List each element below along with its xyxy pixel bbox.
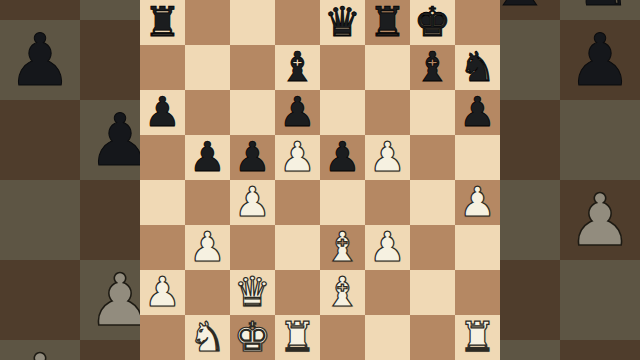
square-f7[interactable] bbox=[365, 45, 410, 90]
backdrop-square-a6: ♟ bbox=[0, 20, 80, 100]
square-g8[interactable]: ♚ bbox=[410, 0, 455, 45]
square-c2[interactable]: ♛ bbox=[230, 270, 275, 315]
square-d6[interactable]: ♟ bbox=[275, 90, 320, 135]
square-e7[interactable] bbox=[320, 45, 365, 90]
square-f6[interactable] bbox=[365, 90, 410, 135]
square-g7[interactable]: ♝ bbox=[410, 45, 455, 90]
square-b4[interactable] bbox=[185, 180, 230, 225]
white-pawn[interactable]: ♟ bbox=[369, 135, 406, 180]
white-bishop[interactable]: ♝ bbox=[324, 225, 361, 270]
square-a7[interactable] bbox=[140, 45, 185, 90]
square-b2[interactable] bbox=[185, 270, 230, 315]
backdrop-square-h6: ♟ bbox=[560, 20, 640, 100]
black-pawn[interactable]: ♟ bbox=[234, 135, 271, 180]
square-b5[interactable]: ♟ bbox=[185, 135, 230, 180]
white-pawn[interactable]: ♟ bbox=[144, 270, 181, 315]
backdrop-square-h3 bbox=[560, 260, 640, 340]
black-pawn[interactable]: ♟ bbox=[144, 90, 181, 135]
square-b7[interactable] bbox=[185, 45, 230, 90]
square-f2[interactable] bbox=[365, 270, 410, 315]
white-rook[interactable]: ♜ bbox=[459, 315, 496, 360]
black-rook[interactable]: ♜ bbox=[144, 0, 181, 45]
backdrop-square-a2: ♟ bbox=[0, 340, 80, 360]
black-bishop[interactable]: ♝ bbox=[279, 45, 316, 90]
backdrop-square-a5 bbox=[0, 100, 80, 180]
square-f8[interactable]: ♜ bbox=[365, 0, 410, 45]
chess-board: ♜♛♜♚♝♝♞♟♟♟♟♟♟♟♟♟♟♟♝♟♟♛♝♞♚♜♜ bbox=[140, 0, 500, 360]
square-a4[interactable] bbox=[140, 180, 185, 225]
white-rook[interactable]: ♜ bbox=[279, 315, 316, 360]
white-pawn[interactable]: ♟ bbox=[369, 225, 406, 270]
square-d5[interactable]: ♟ bbox=[275, 135, 320, 180]
square-a5[interactable] bbox=[140, 135, 185, 180]
square-h3[interactable] bbox=[455, 225, 500, 270]
white-bishop[interactable]: ♝ bbox=[324, 270, 361, 315]
square-f4[interactable] bbox=[365, 180, 410, 225]
white-pawn[interactable]: ♟ bbox=[459, 180, 496, 225]
square-e3[interactable]: ♝ bbox=[320, 225, 365, 270]
square-a8[interactable]: ♜ bbox=[140, 0, 185, 45]
backdrop-square-a4 bbox=[0, 180, 80, 260]
square-a2[interactable]: ♟ bbox=[140, 270, 185, 315]
backdrop-square-h5 bbox=[560, 100, 640, 180]
square-g6[interactable] bbox=[410, 90, 455, 135]
square-f3[interactable]: ♟ bbox=[365, 225, 410, 270]
square-e4[interactable] bbox=[320, 180, 365, 225]
square-g2[interactable] bbox=[410, 270, 455, 315]
backdrop-square-a7 bbox=[0, 0, 80, 20]
square-f5[interactable]: ♟ bbox=[365, 135, 410, 180]
white-pawn-backdrop: ♟ bbox=[8, 340, 73, 360]
square-a1[interactable] bbox=[140, 315, 185, 360]
square-c1[interactable]: ♚ bbox=[230, 315, 275, 360]
black-knight-backdrop: ♞ bbox=[568, 0, 633, 20]
white-pawn[interactable]: ♟ bbox=[234, 180, 271, 225]
square-h1[interactable]: ♜ bbox=[455, 315, 500, 360]
square-d3[interactable] bbox=[275, 225, 320, 270]
square-c3[interactable] bbox=[230, 225, 275, 270]
square-c4[interactable]: ♟ bbox=[230, 180, 275, 225]
square-h5[interactable] bbox=[455, 135, 500, 180]
video-frame: ♜♛♜♚♝♝♞♟♟♟♟♟♟♟♟♟♟♟♝♟♟♛♝♞♚♜♜ ♜♛♜♚♝♝♞♟♟♟♟♟… bbox=[0, 0, 640, 360]
square-d8[interactable] bbox=[275, 0, 320, 45]
black-rook[interactable]: ♜ bbox=[369, 0, 406, 45]
square-h8[interactable] bbox=[455, 0, 500, 45]
black-king[interactable]: ♚ bbox=[414, 0, 451, 45]
backdrop-square-h7: ♞ bbox=[560, 0, 640, 20]
white-king[interactable]: ♚ bbox=[234, 315, 271, 360]
square-a3[interactable] bbox=[140, 225, 185, 270]
square-g4[interactable] bbox=[410, 180, 455, 225]
white-queen[interactable]: ♛ bbox=[234, 270, 271, 315]
square-f1[interactable] bbox=[365, 315, 410, 360]
black-queen[interactable]: ♛ bbox=[324, 0, 361, 45]
black-pawn[interactable]: ♟ bbox=[459, 90, 496, 135]
square-e8[interactable]: ♛ bbox=[320, 0, 365, 45]
square-a6[interactable]: ♟ bbox=[140, 90, 185, 135]
square-h6[interactable]: ♟ bbox=[455, 90, 500, 135]
square-e5[interactable]: ♟ bbox=[320, 135, 365, 180]
square-d4[interactable] bbox=[275, 180, 320, 225]
square-c7[interactable] bbox=[230, 45, 275, 90]
square-c6[interactable] bbox=[230, 90, 275, 135]
black-pawn-backdrop: ♟ bbox=[568, 20, 633, 100]
black-bishop[interactable]: ♝ bbox=[414, 45, 451, 90]
black-pawn-backdrop: ♟ bbox=[8, 20, 73, 100]
black-pawn[interactable]: ♟ bbox=[189, 135, 226, 180]
black-knight[interactable]: ♞ bbox=[459, 45, 496, 90]
square-e6[interactable] bbox=[320, 90, 365, 135]
square-e1[interactable] bbox=[320, 315, 365, 360]
square-g1[interactable] bbox=[410, 315, 455, 360]
square-g5[interactable] bbox=[410, 135, 455, 180]
square-d7[interactable]: ♝ bbox=[275, 45, 320, 90]
square-h4[interactable]: ♟ bbox=[455, 180, 500, 225]
white-knight[interactable]: ♞ bbox=[189, 315, 226, 360]
square-e2[interactable]: ♝ bbox=[320, 270, 365, 315]
square-b1[interactable]: ♞ bbox=[185, 315, 230, 360]
white-pawn-backdrop: ♟ bbox=[568, 180, 633, 260]
square-d2[interactable] bbox=[275, 270, 320, 315]
black-pawn[interactable]: ♟ bbox=[279, 90, 316, 135]
backdrop-square-h2 bbox=[560, 340, 640, 360]
square-c5[interactable]: ♟ bbox=[230, 135, 275, 180]
square-b3[interactable]: ♟ bbox=[185, 225, 230, 270]
black-pawn[interactable]: ♟ bbox=[324, 135, 361, 180]
backdrop-square-a3 bbox=[0, 260, 80, 340]
white-pawn[interactable]: ♟ bbox=[189, 225, 226, 270]
square-h2[interactable] bbox=[455, 270, 500, 315]
backdrop-square-h4: ♟ bbox=[560, 180, 640, 260]
white-pawn[interactable]: ♟ bbox=[279, 135, 316, 180]
square-b6[interactable] bbox=[185, 90, 230, 135]
square-g3[interactable] bbox=[410, 225, 455, 270]
square-d1[interactable]: ♜ bbox=[275, 315, 320, 360]
square-c8[interactable] bbox=[230, 0, 275, 45]
square-b8[interactable] bbox=[185, 0, 230, 45]
square-h7[interactable]: ♞ bbox=[455, 45, 500, 90]
